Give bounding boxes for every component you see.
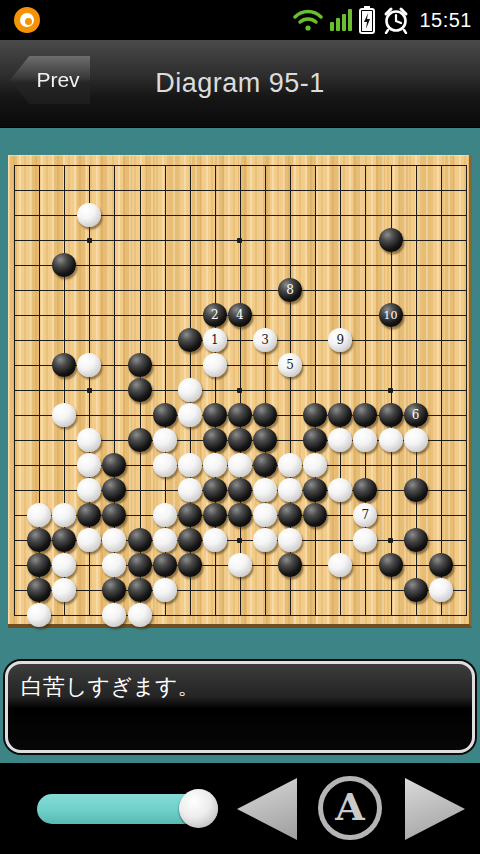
clock-time: 15:51 [419,9,472,32]
black-stone [253,453,277,477]
white-stone [353,528,377,552]
black-stone [153,553,177,577]
black-stone [379,228,403,252]
app-logo-icon [14,7,40,33]
white-stone [253,503,277,527]
move-number: 5 [286,359,294,371]
black-stone [128,578,152,602]
wifi-icon [293,8,323,32]
white-stone [27,603,51,627]
move-number: 4 [236,309,244,321]
white-stone [153,453,177,477]
black-stone [278,503,302,527]
white-stone [52,403,76,427]
black-stone [128,378,152,402]
white-stone [328,478,352,502]
black-stone [178,328,202,352]
go-board[interactable]: 82410139567 [8,155,472,628]
black-stone [102,503,126,527]
black-stone [203,503,227,527]
black-stone [27,578,51,602]
move-number: 2 [211,309,219,321]
white-stone: 7 [353,503,377,527]
black-stone [379,403,403,427]
white-stone [52,503,76,527]
bottom-toolbar: A [0,763,480,854]
black-stone: 2 [203,303,227,327]
black-stone [404,578,428,602]
black-stone [228,478,252,502]
white-stone: 3 [253,328,277,352]
white-stone [203,353,227,377]
white-stone [102,553,126,577]
black-stone [253,428,277,452]
white-stone [102,528,126,552]
prev-button[interactable]: Prev [10,56,90,104]
white-stone [77,428,101,452]
black-stone: 4 [228,303,252,327]
white-stone [52,578,76,602]
black-stone [303,503,327,527]
black-stone [203,428,227,452]
move-number: 3 [261,334,269,346]
white-stone [404,428,428,452]
white-stone [328,428,352,452]
black-stone [379,553,403,577]
white-stone [253,528,277,552]
black-stone [228,403,252,427]
black-stone [128,428,152,452]
black-stone [27,528,51,552]
white-stone [153,503,177,527]
black-stone [203,403,227,427]
black-stone [253,403,277,427]
black-stone [353,478,377,502]
comment-box[interactable]: 白苦しすぎます。 [5,661,475,753]
black-stone [153,403,177,427]
black-stone [102,578,126,602]
black-stone [278,553,302,577]
move-number: 7 [362,509,370,521]
auto-play-button[interactable]: A [318,776,382,840]
black-stone: 6 [404,403,428,427]
white-stone: 5 [278,353,302,377]
white-stone: 9 [328,328,352,352]
white-stone [153,428,177,452]
progress-slider-thumb[interactable] [179,789,218,828]
board-area: 82410139567 [0,128,480,628]
white-stone [77,528,101,552]
forward-arrow-button[interactable] [405,778,465,840]
white-stone [228,553,252,577]
white-stone [178,403,202,427]
alarm-icon [382,6,410,34]
black-stone [303,403,327,427]
white-stone [102,603,126,627]
white-stone [278,478,302,502]
white-stone [77,453,101,477]
status-bar: 15:51 [0,0,480,40]
white-stone [353,428,377,452]
white-stone [128,603,152,627]
header: Prev Diagram 95-1 [0,40,480,128]
battery-icon [359,6,375,34]
black-stone [429,553,453,577]
black-stone [102,453,126,477]
black-stone [303,428,327,452]
white-stone [203,453,227,477]
black-stone [128,553,152,577]
black-stone [178,528,202,552]
comment-text: 白苦しすぎます。 [21,674,200,699]
white-stone [153,528,177,552]
white-stone [77,353,101,377]
black-stone [228,503,252,527]
app-screen: 15:51 Prev Diagram 95-1 82410139567 白苦しす… [0,0,480,854]
page-title: Diagram 95-1 [155,68,325,99]
black-stone [404,528,428,552]
white-stone [178,453,202,477]
black-stone [228,428,252,452]
move-number: 9 [336,334,344,346]
black-stone: 8 [278,278,302,302]
white-stone [153,578,177,602]
app-logo-core [25,18,32,25]
white-stone [328,553,352,577]
white-stone: 1 [203,328,227,352]
black-stone [102,478,126,502]
move-number: 8 [286,284,294,296]
white-stone [52,553,76,577]
white-stone [77,478,101,502]
white-stone [77,203,101,227]
white-stone [178,378,202,402]
black-stone [52,528,76,552]
white-stone [379,428,403,452]
white-stone [278,453,302,477]
white-stone [203,528,227,552]
white-stone [228,453,252,477]
black-stone: 10 [379,303,403,327]
black-stone [128,528,152,552]
black-stone [303,478,327,502]
black-stone [178,503,202,527]
move-number: 10 [384,310,398,321]
signal-icon [330,9,352,31]
black-stone [404,478,428,502]
black-stone [27,553,51,577]
black-stone [328,403,352,427]
black-stone [203,478,227,502]
move-number: 6 [412,409,420,421]
black-stone [128,353,152,377]
white-stone [278,528,302,552]
white-stone [27,503,51,527]
white-stone [303,453,327,477]
black-stone [353,403,377,427]
move-number: 1 [211,334,219,346]
black-stone [52,353,76,377]
black-stone [52,253,76,277]
black-stone [178,553,202,577]
white-stone [253,478,277,502]
black-stone [77,503,101,527]
white-stone [429,578,453,602]
back-arrow-button[interactable] [237,778,297,840]
white-stone [178,478,202,502]
